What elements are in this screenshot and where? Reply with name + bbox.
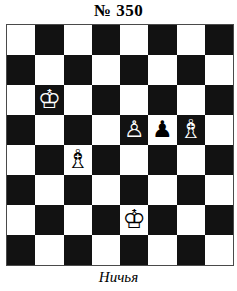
square-h8 [205, 25, 233, 55]
square-c5 [64, 115, 92, 145]
square-c3 [64, 175, 92, 205]
square-g3 [177, 175, 205, 205]
square-e5: ♙ [120, 115, 148, 145]
square-g4 [177, 145, 205, 175]
square-d2 [92, 205, 120, 235]
square-c7 [64, 55, 92, 85]
square-d5 [92, 115, 120, 145]
square-d6 [92, 85, 120, 115]
square-g2 [177, 205, 205, 235]
square-a8 [7, 25, 35, 55]
square-f3 [148, 175, 176, 205]
chess-board: ♔♙♟♗♗♔ [6, 24, 234, 266]
square-b8 [35, 25, 63, 55]
square-g8 [177, 25, 205, 55]
square-g7 [177, 55, 205, 85]
square-a3 [7, 175, 35, 205]
square-g6 [177, 85, 205, 115]
square-f1 [148, 235, 176, 265]
square-h2 [205, 205, 233, 235]
square-f5: ♟ [148, 115, 176, 145]
square-f7 [148, 55, 176, 85]
black-pawn: ♙ [124, 118, 145, 141]
square-a2 [7, 205, 35, 235]
square-h5 [205, 115, 233, 145]
square-c2 [64, 205, 92, 235]
square-f2 [148, 205, 176, 235]
square-h7 [205, 55, 233, 85]
square-b7 [35, 55, 63, 85]
white-bishop: ♗ [66, 146, 89, 172]
square-b4 [35, 145, 63, 175]
square-g5: ♗ [177, 115, 205, 145]
square-a5 [7, 115, 35, 145]
diagram-caption: Ничья [0, 266, 237, 290]
square-e4 [120, 145, 148, 175]
square-b6: ♔ [35, 85, 63, 115]
square-e3 [120, 175, 148, 205]
square-h6 [205, 85, 233, 115]
square-e2: ♔ [120, 205, 148, 235]
square-b5 [35, 115, 63, 145]
square-d7 [92, 55, 120, 85]
square-f4 [148, 145, 176, 175]
diagram-number-title: № 350 [0, 0, 237, 22]
square-h3 [205, 175, 233, 205]
square-h1 [205, 235, 233, 265]
square-b1 [35, 235, 63, 265]
square-c1 [64, 235, 92, 265]
square-e1 [120, 235, 148, 265]
square-f8 [148, 25, 176, 55]
black-pawn: ♟ [152, 118, 173, 141]
black-bishop: ♗ [179, 116, 202, 142]
square-h4 [205, 145, 233, 175]
square-a1 [7, 235, 35, 265]
square-b3 [35, 175, 63, 205]
square-e6 [120, 85, 148, 115]
square-f6 [148, 85, 176, 115]
square-e7 [120, 55, 148, 85]
square-d1 [92, 235, 120, 265]
square-a7 [7, 55, 35, 85]
white-king: ♔ [122, 206, 145, 232]
square-e8 [120, 25, 148, 55]
square-g1 [177, 235, 205, 265]
square-d4 [92, 145, 120, 175]
square-b2 [35, 205, 63, 235]
square-a4 [7, 145, 35, 175]
square-d8 [92, 25, 120, 55]
square-a6 [7, 85, 35, 115]
square-c6 [64, 85, 92, 115]
square-c8 [64, 25, 92, 55]
square-c4: ♗ [64, 145, 92, 175]
square-d3 [92, 175, 120, 205]
black-king: ♔ [38, 86, 61, 112]
